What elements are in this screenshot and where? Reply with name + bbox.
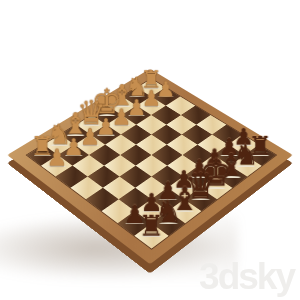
watermark-3dsky: 3dsky	[199, 256, 294, 298]
square-a2[interactable]: ♟	[41, 155, 73, 177]
chessboard: ♜♞♝♛♚♝♞♜♟♟♟♟♟♟♟♟♟♟♟♟♟♟♟♟♜♞♝♛♚♝♞♜	[7, 69, 293, 264]
black-rook-icon: ♜	[131, 212, 173, 241]
white-pawn-icon: ♟	[38, 146, 76, 169]
square-a8[interactable]: ♜	[134, 223, 168, 248]
render-stage: ♜♞♝♛♚♝♞♜♟♟♟♟♟♟♟♟♟♟♟♟♟♟♟♟♜♞♝♛♚♝♞♜ 3dsky	[0, 0, 300, 300]
scene: ♜♞♝♛♚♝♞♜♟♟♟♟♟♟♟♟♟♟♟♟♟♟♟♟♜♞♝♛♚♝♞♜	[0, 0, 300, 300]
board-frame: ♜♞♝♛♚♝♞♜♟♟♟♟♟♟♟♟♟♟♟♟♟♟♟♟♜♞♝♛♚♝♞♜	[7, 69, 293, 264]
square-h5[interactable]	[196, 115, 226, 134]
square-d4[interactable]	[120, 145, 151, 166]
board-grid: ♜♞♝♛♚♝♞♜♟♟♟♟♟♟♟♟♟♟♟♟♟♟♟♟♜♞♝♛♚♝♞♜	[26, 78, 278, 250]
